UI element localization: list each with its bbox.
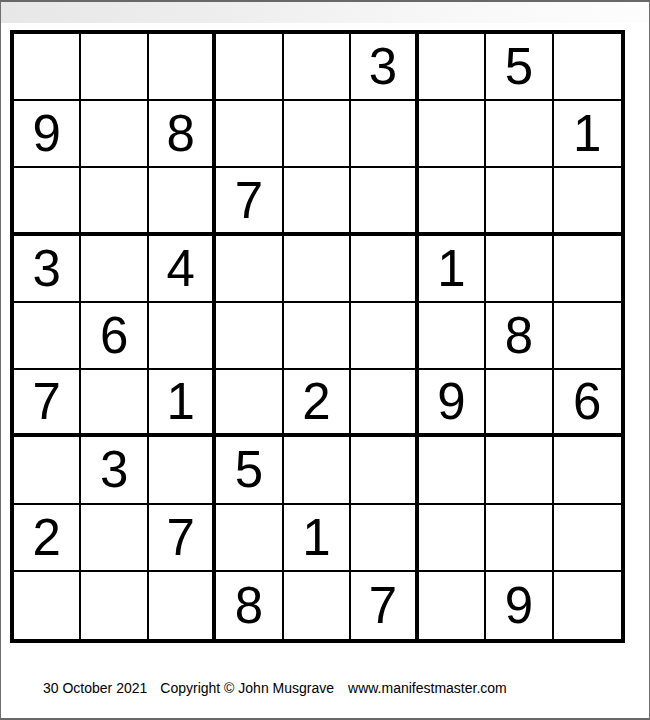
sudoku-cell[interactable]	[149, 303, 216, 370]
sudoku-cell[interactable]	[351, 370, 418, 437]
sudoku-cell[interactable]	[419, 437, 486, 504]
sudoku-cell[interactable]	[419, 101, 486, 168]
sudoku-cell[interactable]	[149, 168, 216, 235]
sudoku-cell[interactable]	[351, 437, 418, 504]
sudoku-cell[interactable]	[554, 303, 621, 370]
sudoku-cell[interactable]	[14, 437, 81, 504]
sudoku-cell[interactable]: 9	[486, 572, 553, 639]
sudoku-cell[interactable]	[554, 572, 621, 639]
footer-date: 30 October 2021	[43, 680, 147, 696]
sudoku-cell[interactable]	[419, 34, 486, 101]
sudoku-cell[interactable]	[554, 168, 621, 235]
sudoku-cell[interactable]: 1	[149, 370, 216, 437]
sudoku-cell[interactable]	[216, 303, 283, 370]
sudoku-cell[interactable]	[14, 572, 81, 639]
sudoku-cell[interactable]	[554, 34, 621, 101]
sudoku-cell[interactable]	[14, 34, 81, 101]
sudoku-cell[interactable]: 5	[486, 34, 553, 101]
sudoku-cell[interactable]: 9	[14, 101, 81, 168]
footer: 30 October 2021 Copyright © John Musgrav…	[43, 680, 507, 696]
sudoku-cell[interactable]	[149, 34, 216, 101]
sudoku-cell[interactable]	[419, 168, 486, 235]
sudoku-cell[interactable]	[81, 236, 148, 303]
sudoku-cell[interactable]: 3	[81, 437, 148, 504]
sudoku-cell[interactable]	[554, 505, 621, 572]
sudoku-cell[interactable]: 8	[216, 572, 283, 639]
sudoku-cell[interactable]	[554, 437, 621, 504]
sudoku-cell[interactable]	[284, 236, 351, 303]
sudoku-cell[interactable]	[216, 236, 283, 303]
sudoku-cell[interactable]	[486, 437, 553, 504]
sudoku-cell[interactable]	[284, 168, 351, 235]
sudoku-cell[interactable]: 1	[554, 101, 621, 168]
sudoku-cell[interactable]	[81, 101, 148, 168]
sudoku-cell[interactable]: 6	[81, 303, 148, 370]
sudoku-cell[interactable]: 4	[149, 236, 216, 303]
sudoku-cell[interactable]: 8	[486, 303, 553, 370]
sudoku-cell[interactable]	[284, 101, 351, 168]
sudoku-cell[interactable]	[216, 34, 283, 101]
sudoku-cell[interactable]	[284, 572, 351, 639]
sudoku-cell[interactable]	[81, 505, 148, 572]
sudoku-cell[interactable]	[486, 505, 553, 572]
sudoku-cell[interactable]	[419, 505, 486, 572]
puzzle-page: 359817341687129635271879 30 October 2021…	[0, 0, 650, 720]
sudoku-cell[interactable]	[419, 572, 486, 639]
sudoku-cell[interactable]: 2	[14, 505, 81, 572]
sudoku-cell[interactable]: 2	[284, 370, 351, 437]
sudoku-cell[interactable]	[284, 303, 351, 370]
sudoku-cell[interactable]: 1	[284, 505, 351, 572]
sudoku-cell[interactable]	[149, 437, 216, 504]
sudoku-cell[interactable]	[81, 370, 148, 437]
sudoku-cell[interactable]	[284, 34, 351, 101]
sudoku-cell[interactable]	[14, 303, 81, 370]
sudoku-cell[interactable]	[284, 437, 351, 504]
sudoku-cell[interactable]	[216, 101, 283, 168]
sudoku-cell[interactable]	[81, 34, 148, 101]
sudoku-cell[interactable]	[554, 236, 621, 303]
sudoku-cell[interactable]: 1	[419, 236, 486, 303]
sudoku-cell[interactable]: 8	[149, 101, 216, 168]
sudoku-cell[interactable]	[81, 168, 148, 235]
sudoku-cell[interactable]	[419, 303, 486, 370]
sudoku-cell[interactable]	[351, 303, 418, 370]
sudoku-cell[interactable]	[351, 101, 418, 168]
sudoku-board: 359817341687129635271879	[10, 30, 625, 643]
sudoku-cell[interactable]: 3	[14, 236, 81, 303]
sudoku-cell[interactable]	[486, 168, 553, 235]
sudoku-cell[interactable]: 9	[419, 370, 486, 437]
sudoku-cell[interactable]	[351, 168, 418, 235]
sudoku-cell[interactable]	[14, 168, 81, 235]
sudoku-cell[interactable]	[81, 572, 148, 639]
window-top-bar	[1, 2, 649, 23]
sudoku-cell[interactable]: 3	[351, 34, 418, 101]
sudoku-cell[interactable]	[351, 505, 418, 572]
sudoku-cell[interactable]	[216, 370, 283, 437]
sudoku-cell[interactable]: 7	[216, 168, 283, 235]
footer-copyright: Copyright © John Musgrave	[160, 680, 334, 696]
sudoku-cell[interactable]	[486, 101, 553, 168]
footer-website: www.manifestmaster.com	[348, 680, 507, 696]
sudoku-cell[interactable]: 7	[149, 505, 216, 572]
sudoku-cell[interactable]: 5	[216, 437, 283, 504]
sudoku-cell[interactable]	[149, 572, 216, 639]
sudoku-cell[interactable]	[486, 370, 553, 437]
sudoku-cell[interactable]	[216, 505, 283, 572]
sudoku-cell[interactable]: 7	[351, 572, 418, 639]
sudoku-cell[interactable]: 6	[554, 370, 621, 437]
sudoku-cell[interactable]: 7	[14, 370, 81, 437]
sudoku-cell[interactable]	[351, 236, 418, 303]
sudoku-cell[interactable]	[486, 236, 553, 303]
